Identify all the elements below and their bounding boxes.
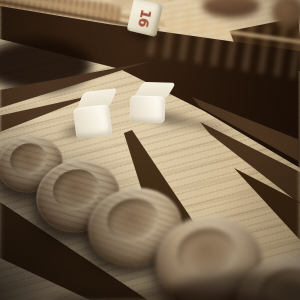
vignette	[0, 0, 300, 300]
backgammon-board-photo: 16	[0, 0, 300, 300]
